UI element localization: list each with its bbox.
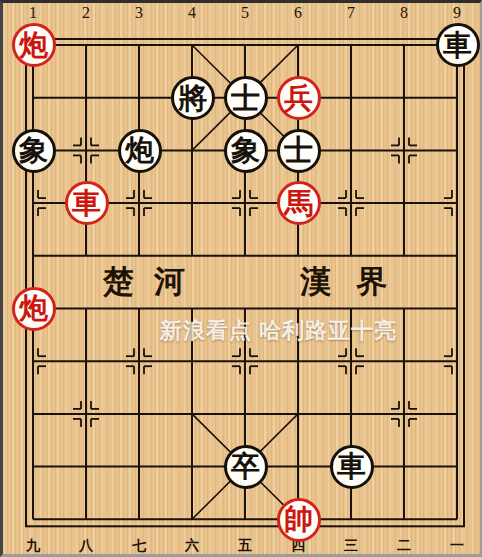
piece-black-cannon[interactable]: 炮: [118, 129, 162, 173]
watermark-text: 新浪看点 哈利路亚十亮: [160, 316, 397, 346]
piece-red-general[interactable]: 帥: [277, 498, 321, 542]
piece-glyph: 炮: [19, 31, 48, 60]
piece-black-general[interactable]: 將: [171, 76, 215, 120]
piece-red-horse[interactable]: 馬: [277, 181, 321, 225]
pieces-layer: 炮車將士兵象炮象士車馬炮卒車帥: [7, 19, 482, 546]
piece-glyph: 炮: [19, 294, 48, 323]
piece-glyph: 車: [72, 189, 101, 218]
piece-glyph: 帥: [284, 505, 313, 534]
piece-glyph: 士: [284, 136, 313, 165]
piece-glyph: 將: [178, 84, 207, 113]
piece-red-soldier[interactable]: 兵: [277, 76, 321, 120]
piece-red-cannon[interactable]: 炮: [12, 287, 56, 331]
piece-black-advisor[interactable]: 士: [277, 129, 321, 173]
piece-red-chariot[interactable]: 車: [65, 181, 109, 225]
piece-black-elephant[interactable]: 象: [224, 129, 268, 173]
piece-glyph: 卒: [231, 452, 260, 481]
piece-red-cannon[interactable]: 炮: [12, 23, 56, 67]
piece-black-advisor[interactable]: 士: [224, 76, 268, 120]
piece-glyph: 馬: [284, 189, 313, 218]
piece-glyph: 車: [443, 31, 472, 60]
piece-glyph: 炮: [125, 136, 154, 165]
piece-glyph: 車: [337, 452, 366, 481]
piece-glyph: 象: [19, 136, 48, 165]
xiangqi-board: 123456789 九八七六五四三二一 楚河 漢界 炮車將士兵象炮象士車馬炮卒車…: [0, 0, 482, 557]
piece-glyph: 士: [231, 84, 260, 113]
piece-black-soldier[interactable]: 卒: [224, 445, 268, 489]
piece-black-chariot[interactable]: 車: [330, 445, 374, 489]
piece-black-elephant[interactable]: 象: [12, 129, 56, 173]
piece-glyph: 兵: [284, 84, 313, 113]
piece-glyph: 象: [231, 136, 260, 165]
piece-black-chariot[interactable]: 車: [436, 23, 480, 67]
